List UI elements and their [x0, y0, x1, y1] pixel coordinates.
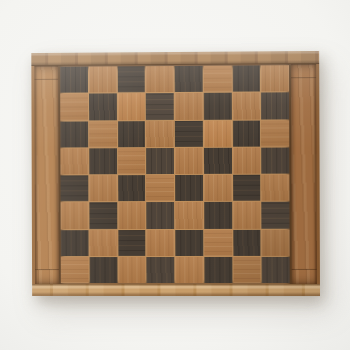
board-square [117, 66, 145, 92]
board-square [203, 93, 231, 119]
board-square [118, 175, 146, 201]
board-square [89, 175, 117, 201]
board-square [61, 202, 89, 228]
board-square [204, 202, 232, 228]
board-square [175, 120, 203, 146]
board-square [175, 202, 203, 228]
board-square [261, 65, 289, 92]
board-square [89, 148, 117, 174]
board-square [118, 230, 146, 256]
board-square [60, 175, 88, 201]
board-square [233, 175, 261, 201]
board-square [175, 66, 203, 92]
board-square [204, 175, 232, 201]
board-square [175, 148, 203, 174]
board-square [60, 121, 88, 147]
board-square [233, 257, 261, 283]
board-square [146, 66, 174, 92]
board-square [118, 202, 146, 228]
board-square [89, 230, 117, 256]
board-square [203, 66, 231, 92]
board-square [261, 175, 289, 201]
board-square [89, 94, 117, 120]
board-square [204, 148, 232, 174]
board-square [60, 67, 88, 93]
board-square [146, 93, 174, 119]
board-square [89, 257, 117, 283]
board-square [261, 147, 289, 173]
board-square [204, 120, 232, 146]
board-square [60, 148, 88, 174]
board-square [117, 93, 145, 119]
board-square [60, 94, 88, 120]
board-square [147, 257, 175, 283]
board-square [61, 230, 89, 256]
board-square [146, 121, 174, 147]
board-square [204, 257, 232, 283]
board-square [117, 121, 145, 147]
board-square [175, 257, 203, 283]
board-square [261, 120, 289, 146]
board-grid [60, 65, 290, 283]
board-square [232, 93, 260, 119]
board-square [261, 93, 289, 119]
game-board [31, 51, 320, 296]
board-square [89, 66, 117, 92]
board-square [146, 148, 174, 174]
board-square [146, 230, 174, 256]
left-piece-tray [31, 66, 59, 284]
board-square [262, 202, 290, 228]
right-piece-tray [291, 64, 320, 284]
board-square [233, 202, 261, 228]
board-square [175, 229, 203, 255]
board-square [89, 202, 117, 228]
board-square [89, 121, 117, 147]
board-square [262, 257, 290, 283]
board-square [233, 229, 261, 255]
board-square [232, 120, 260, 146]
photo-background [0, 0, 350, 350]
board-square [118, 148, 146, 174]
board-square [204, 229, 232, 255]
board-square [232, 65, 260, 91]
board-square [146, 175, 174, 201]
play-area [58, 64, 292, 284]
board-square [175, 175, 203, 201]
board-square [118, 257, 146, 283]
board-square [175, 93, 203, 119]
board-square [61, 257, 89, 283]
board-square [146, 202, 174, 228]
board-square [262, 229, 290, 255]
board-square [232, 147, 260, 173]
bottom-frame-rail [32, 284, 320, 296]
